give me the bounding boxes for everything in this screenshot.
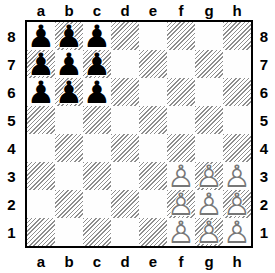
rank-labels-right: 87654321 xyxy=(253,22,275,246)
square-c2[interactable] xyxy=(83,190,111,218)
black-pawn[interactable]: ♟ xyxy=(55,78,83,106)
square-b3[interactable] xyxy=(55,162,83,190)
square-d5[interactable] xyxy=(111,106,139,134)
square-b8[interactable]: ♟ xyxy=(55,22,83,50)
square-h4[interactable] xyxy=(223,134,251,162)
square-f4[interactable] xyxy=(167,134,195,162)
square-b7[interactable]: ♟ xyxy=(55,50,83,78)
square-d3[interactable] xyxy=(111,162,139,190)
white-pawn-fill: ♟ xyxy=(195,190,223,218)
rank-label: 2 xyxy=(0,190,23,218)
square-c3[interactable] xyxy=(83,162,111,190)
square-g1[interactable]: ♟♙ xyxy=(195,218,223,246)
square-h7[interactable] xyxy=(223,50,251,78)
rank-label: 5 xyxy=(0,106,23,134)
square-d8[interactable] xyxy=(111,22,139,50)
file-label: c xyxy=(83,249,111,273)
black-pawn[interactable]: ♟ xyxy=(83,22,111,50)
file-labels-top: abcdefgh xyxy=(27,0,251,20)
rank-label: 1 xyxy=(253,218,275,246)
square-g8[interactable] xyxy=(195,22,223,50)
file-label: g xyxy=(195,249,223,273)
white-pawn-fill: ♟ xyxy=(223,162,251,190)
square-e4[interactable] xyxy=(139,134,167,162)
square-g5[interactable] xyxy=(195,106,223,134)
black-pawn[interactable]: ♟ xyxy=(83,50,111,78)
rank-label: 6 xyxy=(0,78,23,106)
square-g3[interactable]: ♟♙ xyxy=(195,162,223,190)
rank-label: 4 xyxy=(253,134,275,162)
file-label: d xyxy=(111,249,139,273)
square-h3[interactable]: ♟♙ xyxy=(223,162,251,190)
file-label: e xyxy=(139,0,167,20)
square-g6[interactable] xyxy=(195,78,223,106)
square-h8[interactable] xyxy=(223,22,251,50)
square-h5[interactable] xyxy=(223,106,251,134)
square-f5[interactable] xyxy=(167,106,195,134)
square-b4[interactable] xyxy=(55,134,83,162)
square-e5[interactable] xyxy=(139,106,167,134)
square-g7[interactable] xyxy=(195,50,223,78)
white-pawn[interactable]: ♙ xyxy=(195,162,223,190)
black-pawn[interactable]: ♟ xyxy=(55,50,83,78)
square-e2[interactable] xyxy=(139,190,167,218)
file-label: a xyxy=(27,0,55,20)
white-pawn[interactable]: ♙ xyxy=(223,218,251,246)
square-h6[interactable] xyxy=(223,78,251,106)
white-pawn[interactable]: ♙ xyxy=(167,162,195,190)
rank-label: 4 xyxy=(0,134,23,162)
square-e1[interactable] xyxy=(139,218,167,246)
square-f1[interactable]: ♟♙ xyxy=(167,218,195,246)
square-d6[interactable] xyxy=(111,78,139,106)
rank-labels-left: 87654321 xyxy=(0,22,23,246)
square-f2[interactable]: ♟♙ xyxy=(167,190,195,218)
rank-label: 8 xyxy=(253,22,275,50)
rank-label: 8 xyxy=(0,22,23,50)
file-label: h xyxy=(223,249,251,273)
white-pawn[interactable]: ♙ xyxy=(223,190,251,218)
square-c6[interactable]: ♟ xyxy=(83,78,111,106)
square-d2[interactable] xyxy=(111,190,139,218)
square-f8[interactable] xyxy=(167,22,195,50)
white-pawn[interactable]: ♙ xyxy=(195,218,223,246)
white-pawn-fill: ♟ xyxy=(195,218,223,246)
square-e3[interactable] xyxy=(139,162,167,190)
file-label: b xyxy=(55,249,83,273)
rank-label: 3 xyxy=(0,162,23,190)
square-a6[interactable]: ♟ xyxy=(27,78,55,106)
black-pawn[interactable]: ♟ xyxy=(27,78,55,106)
square-a4[interactable] xyxy=(27,134,55,162)
square-a5[interactable] xyxy=(27,106,55,134)
square-d4[interactable] xyxy=(111,134,139,162)
black-pawn[interactable]: ♟ xyxy=(27,22,55,50)
file-labels-bottom: abcdefgh xyxy=(27,249,251,273)
square-c7[interactable]: ♟ xyxy=(83,50,111,78)
chess-board[interactable]: ♟♟♟♟♟♟♟♟♟♟♙♟♙♟♙♟♙♟♙♟♙♟♙♟♙♟♙ xyxy=(25,20,253,248)
square-f7[interactable] xyxy=(167,50,195,78)
white-pawn[interactable]: ♙ xyxy=(167,190,195,218)
file-label: a xyxy=(27,249,55,273)
rank-label: 7 xyxy=(0,50,23,78)
square-b1[interactable] xyxy=(55,218,83,246)
square-a3[interactable] xyxy=(27,162,55,190)
square-d1[interactable] xyxy=(111,218,139,246)
square-e6[interactable] xyxy=(139,78,167,106)
square-c1[interactable] xyxy=(83,218,111,246)
square-e7[interactable] xyxy=(139,50,167,78)
black-pawn[interactable]: ♟ xyxy=(27,50,55,78)
white-pawn-fill: ♟ xyxy=(167,218,195,246)
square-c4[interactable] xyxy=(83,134,111,162)
black-pawn[interactable]: ♟ xyxy=(83,78,111,106)
white-pawn-fill: ♟ xyxy=(223,190,251,218)
square-f3[interactable]: ♟♙ xyxy=(167,162,195,190)
white-pawn[interactable]: ♙ xyxy=(223,162,251,190)
rank-label: 3 xyxy=(253,162,275,190)
square-c8[interactable]: ♟ xyxy=(83,22,111,50)
file-label: f xyxy=(167,0,195,20)
rank-label: 5 xyxy=(253,106,275,134)
square-f6[interactable] xyxy=(167,78,195,106)
square-e8[interactable] xyxy=(139,22,167,50)
square-b2[interactable] xyxy=(55,190,83,218)
file-label: h xyxy=(223,0,251,20)
white-pawn-fill: ♟ xyxy=(223,218,251,246)
rank-label: 6 xyxy=(253,78,275,106)
file-label: f xyxy=(167,249,195,273)
square-g4[interactable] xyxy=(195,134,223,162)
chess-diagram: abcdefgh 87654321 ♟♟♟♟♟♟♟♟♟♟♙♟♙♟♙♟♙♟♙♟♙♟… xyxy=(0,0,275,273)
rank-label: 1 xyxy=(0,218,23,246)
square-d7[interactable] xyxy=(111,50,139,78)
square-g2[interactable]: ♟♙ xyxy=(195,190,223,218)
white-pawn-fill: ♟ xyxy=(195,162,223,190)
square-a2[interactable] xyxy=(27,190,55,218)
square-a7[interactable]: ♟ xyxy=(27,50,55,78)
black-pawn[interactable]: ♟ xyxy=(55,22,83,50)
rank-label: 2 xyxy=(253,190,275,218)
square-a1[interactable] xyxy=(27,218,55,246)
square-h2[interactable]: ♟♙ xyxy=(223,190,251,218)
white-pawn-fill: ♟ xyxy=(167,190,195,218)
white-pawn-fill: ♟ xyxy=(167,162,195,190)
white-pawn[interactable]: ♙ xyxy=(167,218,195,246)
square-b5[interactable] xyxy=(55,106,83,134)
square-h1[interactable]: ♟♙ xyxy=(223,218,251,246)
file-label: b xyxy=(55,0,83,20)
file-label: e xyxy=(139,249,167,273)
rank-label: 7 xyxy=(253,50,275,78)
square-b6[interactable]: ♟ xyxy=(55,78,83,106)
square-c5[interactable] xyxy=(83,106,111,134)
file-label: g xyxy=(195,0,223,20)
square-a8[interactable]: ♟ xyxy=(27,22,55,50)
file-label: d xyxy=(111,0,139,20)
file-label: c xyxy=(83,0,111,20)
white-pawn[interactable]: ♙ xyxy=(195,190,223,218)
